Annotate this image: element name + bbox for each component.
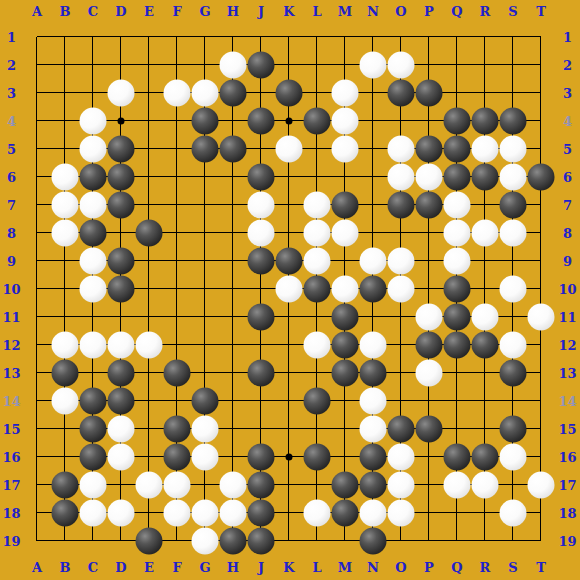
board-cell[interactable] bbox=[247, 247, 275, 275]
board-cell[interactable] bbox=[527, 79, 555, 107]
board-cell[interactable] bbox=[51, 247, 79, 275]
board-cell[interactable] bbox=[443, 135, 471, 163]
board-cell[interactable] bbox=[359, 359, 387, 387]
board-cell[interactable] bbox=[275, 275, 303, 303]
board-cell[interactable] bbox=[499, 499, 527, 527]
board-cell[interactable] bbox=[79, 499, 107, 527]
board-cell[interactable] bbox=[443, 331, 471, 359]
board-cell[interactable] bbox=[135, 79, 163, 107]
board-cell[interactable] bbox=[107, 51, 135, 79]
board-cell[interactable] bbox=[331, 219, 359, 247]
board-cell[interactable] bbox=[387, 247, 415, 275]
board-cell[interactable] bbox=[499, 51, 527, 79]
board-cell[interactable] bbox=[471, 51, 499, 79]
board-cell[interactable] bbox=[443, 275, 471, 303]
board-cell[interactable] bbox=[471, 23, 499, 51]
board-cell[interactable] bbox=[107, 191, 135, 219]
board-cell[interactable] bbox=[359, 387, 387, 415]
board-cell[interactable] bbox=[191, 275, 219, 303]
board-cell[interactable] bbox=[415, 499, 443, 527]
board-cell[interactable] bbox=[499, 443, 527, 471]
board-cell[interactable] bbox=[23, 163, 51, 191]
board-cell[interactable] bbox=[79, 443, 107, 471]
board-cell[interactable] bbox=[163, 275, 191, 303]
board-cell[interactable] bbox=[471, 331, 499, 359]
board-cell[interactable] bbox=[135, 191, 163, 219]
board-cell[interactable] bbox=[135, 387, 163, 415]
board-cell[interactable] bbox=[303, 275, 331, 303]
board-cell[interactable] bbox=[415, 247, 443, 275]
board-cell[interactable] bbox=[23, 331, 51, 359]
board-cell[interactable] bbox=[443, 499, 471, 527]
board-cell[interactable] bbox=[163, 527, 191, 555]
board-cell[interactable] bbox=[247, 275, 275, 303]
board-cell[interactable] bbox=[527, 191, 555, 219]
board-cell[interactable] bbox=[247, 219, 275, 247]
board-cell[interactable] bbox=[471, 303, 499, 331]
board-cell[interactable] bbox=[443, 359, 471, 387]
board-cell[interactable] bbox=[107, 387, 135, 415]
board-cell[interactable] bbox=[527, 51, 555, 79]
board-cell[interactable] bbox=[471, 247, 499, 275]
board-cell[interactable] bbox=[471, 219, 499, 247]
board-cell[interactable] bbox=[415, 219, 443, 247]
board-cell[interactable] bbox=[135, 331, 163, 359]
board-cell[interactable] bbox=[247, 471, 275, 499]
board-cell[interactable] bbox=[79, 527, 107, 555]
board-cell[interactable] bbox=[79, 275, 107, 303]
board-cell[interactable] bbox=[23, 359, 51, 387]
board-cell[interactable] bbox=[331, 135, 359, 163]
board-cell[interactable] bbox=[79, 331, 107, 359]
board-cell[interactable] bbox=[415, 303, 443, 331]
board-cell[interactable] bbox=[359, 471, 387, 499]
board-cell[interactable] bbox=[387, 135, 415, 163]
board-cell[interactable] bbox=[471, 359, 499, 387]
board-cell[interactable] bbox=[51, 135, 79, 163]
board-cell[interactable] bbox=[359, 107, 387, 135]
board-cell[interactable] bbox=[331, 163, 359, 191]
board-cell[interactable] bbox=[387, 471, 415, 499]
board-cell[interactable] bbox=[331, 107, 359, 135]
board-cell[interactable] bbox=[387, 331, 415, 359]
board-cell[interactable] bbox=[107, 219, 135, 247]
board-cell[interactable] bbox=[107, 443, 135, 471]
board-cell[interactable] bbox=[23, 387, 51, 415]
board-cell[interactable] bbox=[527, 387, 555, 415]
board-cell[interactable] bbox=[415, 107, 443, 135]
board-cell[interactable] bbox=[79, 23, 107, 51]
board-cell[interactable] bbox=[247, 387, 275, 415]
board-cell[interactable] bbox=[359, 415, 387, 443]
board-cell[interactable] bbox=[443, 471, 471, 499]
board-cell[interactable] bbox=[219, 23, 247, 51]
board-cell[interactable] bbox=[23, 107, 51, 135]
board-cell[interactable] bbox=[527, 331, 555, 359]
board-cell[interactable] bbox=[135, 471, 163, 499]
board-cell[interactable] bbox=[471, 471, 499, 499]
board-cell[interactable] bbox=[331, 247, 359, 275]
board-cell[interactable] bbox=[499, 303, 527, 331]
board-cell[interactable] bbox=[191, 387, 219, 415]
board-cell[interactable] bbox=[219, 471, 247, 499]
board-cell[interactable] bbox=[275, 23, 303, 51]
board-cell[interactable] bbox=[443, 443, 471, 471]
board-cell[interactable] bbox=[107, 79, 135, 107]
board-cell[interactable] bbox=[275, 471, 303, 499]
board-cell[interactable] bbox=[107, 359, 135, 387]
board-cell[interactable] bbox=[387, 415, 415, 443]
board-cell[interactable] bbox=[79, 247, 107, 275]
board-cell[interactable] bbox=[331, 191, 359, 219]
board-cell[interactable] bbox=[331, 359, 359, 387]
board-cell[interactable] bbox=[219, 359, 247, 387]
board-cell[interactable] bbox=[499, 387, 527, 415]
board-cell[interactable] bbox=[303, 247, 331, 275]
board-cell[interactable] bbox=[443, 303, 471, 331]
board-cell[interactable] bbox=[499, 135, 527, 163]
board-cell[interactable] bbox=[51, 387, 79, 415]
board-cell[interactable] bbox=[359, 191, 387, 219]
board-cell[interactable] bbox=[135, 443, 163, 471]
board-cell[interactable] bbox=[415, 79, 443, 107]
board-cell[interactable] bbox=[51, 471, 79, 499]
board-cell[interactable] bbox=[219, 135, 247, 163]
board-cell[interactable] bbox=[303, 387, 331, 415]
board-cell[interactable] bbox=[23, 415, 51, 443]
board-cell[interactable] bbox=[303, 51, 331, 79]
board-cell[interactable] bbox=[163, 219, 191, 247]
board-cell[interactable] bbox=[275, 135, 303, 163]
board-cell[interactable] bbox=[51, 107, 79, 135]
board-cell[interactable] bbox=[359, 499, 387, 527]
board-cell[interactable] bbox=[387, 51, 415, 79]
board-cell[interactable] bbox=[219, 331, 247, 359]
board-cell[interactable] bbox=[135, 275, 163, 303]
board-cell[interactable] bbox=[303, 163, 331, 191]
board-cell[interactable] bbox=[443, 107, 471, 135]
board-cell[interactable] bbox=[527, 247, 555, 275]
board-cell[interactable] bbox=[359, 443, 387, 471]
board-cell[interactable] bbox=[51, 499, 79, 527]
board-cell[interactable] bbox=[135, 23, 163, 51]
board-cell[interactable] bbox=[51, 191, 79, 219]
board-cell[interactable] bbox=[359, 79, 387, 107]
board-cell[interactable] bbox=[527, 527, 555, 555]
board-cell[interactable] bbox=[79, 107, 107, 135]
board-cell[interactable] bbox=[303, 359, 331, 387]
board-cell[interactable] bbox=[107, 163, 135, 191]
board-cell[interactable] bbox=[79, 191, 107, 219]
board-cell[interactable] bbox=[387, 359, 415, 387]
board-cell[interactable] bbox=[359, 23, 387, 51]
board-cell[interactable] bbox=[471, 275, 499, 303]
board-cell[interactable] bbox=[387, 527, 415, 555]
board-cell[interactable] bbox=[79, 415, 107, 443]
board-cell[interactable] bbox=[135, 527, 163, 555]
board-cell[interactable] bbox=[107, 23, 135, 51]
board-cell[interactable] bbox=[415, 527, 443, 555]
board-cell[interactable] bbox=[359, 135, 387, 163]
board-cell[interactable] bbox=[527, 107, 555, 135]
board-cell[interactable] bbox=[219, 415, 247, 443]
board-cell[interactable] bbox=[107, 471, 135, 499]
board-cell[interactable] bbox=[527, 135, 555, 163]
board-cell[interactable] bbox=[331, 331, 359, 359]
board-cell[interactable] bbox=[275, 527, 303, 555]
board-cell[interactable] bbox=[303, 471, 331, 499]
board-cell[interactable] bbox=[415, 415, 443, 443]
board-cell[interactable] bbox=[499, 219, 527, 247]
board-cell[interactable] bbox=[51, 527, 79, 555]
board-cell[interactable] bbox=[51, 23, 79, 51]
board-cell[interactable] bbox=[359, 331, 387, 359]
board-cell[interactable] bbox=[415, 359, 443, 387]
board-cell[interactable] bbox=[471, 527, 499, 555]
board-cell[interactable] bbox=[359, 527, 387, 555]
board-cell[interactable] bbox=[499, 79, 527, 107]
board-cell[interactable] bbox=[191, 247, 219, 275]
board-cell[interactable] bbox=[359, 219, 387, 247]
board-cell[interactable] bbox=[219, 387, 247, 415]
board-cell[interactable] bbox=[191, 527, 219, 555]
board-cell[interactable] bbox=[247, 23, 275, 51]
board-cell[interactable] bbox=[471, 387, 499, 415]
board-cell[interactable] bbox=[79, 219, 107, 247]
board-cell[interactable] bbox=[303, 527, 331, 555]
board-cell[interactable] bbox=[303, 443, 331, 471]
board-cell[interactable] bbox=[247, 163, 275, 191]
board-cell[interactable] bbox=[387, 275, 415, 303]
board-cell[interactable] bbox=[79, 359, 107, 387]
board-cell[interactable] bbox=[275, 331, 303, 359]
board-cell[interactable] bbox=[415, 387, 443, 415]
board-cell[interactable] bbox=[135, 247, 163, 275]
board-cell[interactable] bbox=[51, 219, 79, 247]
board-cell[interactable] bbox=[247, 359, 275, 387]
board-cell[interactable] bbox=[359, 303, 387, 331]
board-cell[interactable] bbox=[499, 107, 527, 135]
board-cell[interactable] bbox=[135, 219, 163, 247]
board-cell[interactable] bbox=[191, 23, 219, 51]
board-cell[interactable] bbox=[219, 443, 247, 471]
board-cell[interactable] bbox=[191, 331, 219, 359]
board-cell[interactable] bbox=[499, 359, 527, 387]
board-cell[interactable] bbox=[163, 79, 191, 107]
board-cell[interactable] bbox=[471, 499, 499, 527]
board-cell[interactable] bbox=[163, 471, 191, 499]
board-cell[interactable] bbox=[135, 499, 163, 527]
board-cell[interactable] bbox=[415, 23, 443, 51]
board-cell[interactable] bbox=[527, 471, 555, 499]
board-cell[interactable] bbox=[275, 303, 303, 331]
board-cell[interactable] bbox=[387, 387, 415, 415]
board-cell[interactable] bbox=[415, 191, 443, 219]
board-cell[interactable] bbox=[191, 499, 219, 527]
board-cell[interactable] bbox=[499, 23, 527, 51]
board-cell[interactable] bbox=[387, 79, 415, 107]
board-cell[interactable] bbox=[219, 79, 247, 107]
board-cell[interactable] bbox=[443, 51, 471, 79]
board-cell[interactable] bbox=[23, 303, 51, 331]
board-cell[interactable] bbox=[219, 107, 247, 135]
board-cell[interactable] bbox=[23, 443, 51, 471]
board-cell[interactable] bbox=[163, 415, 191, 443]
board-cell[interactable] bbox=[303, 23, 331, 51]
board-cell[interactable] bbox=[135, 135, 163, 163]
board-cell[interactable] bbox=[527, 443, 555, 471]
board-cell[interactable] bbox=[247, 107, 275, 135]
board-cell[interactable] bbox=[275, 415, 303, 443]
board-cell[interactable] bbox=[23, 471, 51, 499]
board-cell[interactable] bbox=[51, 443, 79, 471]
board-cell[interactable] bbox=[303, 107, 331, 135]
board-cell[interactable] bbox=[443, 191, 471, 219]
board-cell[interactable] bbox=[387, 191, 415, 219]
board-cell[interactable] bbox=[275, 387, 303, 415]
board-cell[interactable] bbox=[163, 303, 191, 331]
board-cell[interactable] bbox=[23, 23, 51, 51]
board-cell[interactable] bbox=[359, 247, 387, 275]
board-cell[interactable] bbox=[527, 23, 555, 51]
board-cell[interactable] bbox=[107, 107, 135, 135]
board-cell[interactable] bbox=[163, 387, 191, 415]
board-cell[interactable] bbox=[527, 303, 555, 331]
board-cell[interactable] bbox=[331, 387, 359, 415]
board-cell[interactable] bbox=[191, 443, 219, 471]
board-cell[interactable] bbox=[303, 303, 331, 331]
board-cell[interactable] bbox=[191, 359, 219, 387]
board-cell[interactable] bbox=[23, 275, 51, 303]
board-cell[interactable] bbox=[219, 51, 247, 79]
board-cell[interactable] bbox=[135, 415, 163, 443]
board-cell[interactable] bbox=[23, 79, 51, 107]
board-cell[interactable] bbox=[443, 387, 471, 415]
board-cell[interactable] bbox=[331, 51, 359, 79]
board-cell[interactable] bbox=[107, 415, 135, 443]
board-cell[interactable] bbox=[79, 471, 107, 499]
board-cell[interactable] bbox=[191, 303, 219, 331]
board-cell[interactable] bbox=[247, 191, 275, 219]
board-cell[interactable] bbox=[303, 135, 331, 163]
board-cell[interactable] bbox=[303, 415, 331, 443]
board-cell[interactable] bbox=[331, 23, 359, 51]
board-cell[interactable] bbox=[275, 107, 303, 135]
board-cell[interactable] bbox=[499, 275, 527, 303]
board-cell[interactable] bbox=[23, 135, 51, 163]
board-cell[interactable] bbox=[443, 415, 471, 443]
board-cell[interactable] bbox=[331, 303, 359, 331]
board-cell[interactable] bbox=[471, 415, 499, 443]
board-cell[interactable] bbox=[51, 275, 79, 303]
board-cell[interactable] bbox=[219, 499, 247, 527]
board-cell[interactable] bbox=[219, 303, 247, 331]
board-cell[interactable] bbox=[527, 415, 555, 443]
board-cell[interactable] bbox=[303, 499, 331, 527]
board-cell[interactable] bbox=[527, 499, 555, 527]
board-cell[interactable] bbox=[275, 191, 303, 219]
board-cell[interactable] bbox=[387, 443, 415, 471]
board-cell[interactable] bbox=[23, 51, 51, 79]
board-cell[interactable] bbox=[499, 415, 527, 443]
board-cell[interactable] bbox=[23, 247, 51, 275]
board-cell[interactable] bbox=[163, 191, 191, 219]
board-cell[interactable] bbox=[275, 51, 303, 79]
board-cell[interactable] bbox=[247, 331, 275, 359]
board-cell[interactable] bbox=[471, 79, 499, 107]
board-cell[interactable] bbox=[387, 303, 415, 331]
board-cell[interactable] bbox=[331, 275, 359, 303]
board-cell[interactable] bbox=[51, 331, 79, 359]
board-cell[interactable] bbox=[275, 499, 303, 527]
board-cell[interactable] bbox=[135, 51, 163, 79]
board-cell[interactable] bbox=[247, 51, 275, 79]
board-cell[interactable] bbox=[331, 499, 359, 527]
board-cell[interactable] bbox=[499, 163, 527, 191]
board-cell[interactable] bbox=[135, 163, 163, 191]
board-cell[interactable] bbox=[415, 51, 443, 79]
board-cell[interactable] bbox=[331, 443, 359, 471]
board-cell[interactable] bbox=[135, 359, 163, 387]
board-cell[interactable] bbox=[191, 191, 219, 219]
board-cell[interactable] bbox=[415, 471, 443, 499]
board-cell[interactable] bbox=[163, 331, 191, 359]
board-cell[interactable] bbox=[303, 79, 331, 107]
board-cell[interactable] bbox=[135, 107, 163, 135]
board-cell[interactable] bbox=[275, 219, 303, 247]
board-cell[interactable] bbox=[415, 163, 443, 191]
board-cell[interactable] bbox=[443, 219, 471, 247]
board-cell[interactable] bbox=[51, 79, 79, 107]
board-cell[interactable] bbox=[471, 443, 499, 471]
board-cell[interactable] bbox=[331, 471, 359, 499]
board-cell[interactable] bbox=[527, 219, 555, 247]
board-cell[interactable] bbox=[163, 359, 191, 387]
board-cell[interactable] bbox=[415, 275, 443, 303]
board-cell[interactable] bbox=[387, 163, 415, 191]
board-cell[interactable] bbox=[191, 415, 219, 443]
board-cell[interactable] bbox=[303, 219, 331, 247]
board-cell[interactable] bbox=[331, 79, 359, 107]
board-cell[interactable] bbox=[275, 247, 303, 275]
board-cell[interactable] bbox=[443, 23, 471, 51]
board-cell[interactable] bbox=[107, 275, 135, 303]
board-cell[interactable] bbox=[191, 107, 219, 135]
board-cell[interactable] bbox=[247, 79, 275, 107]
board-cell[interactable] bbox=[79, 79, 107, 107]
board-cell[interactable] bbox=[443, 163, 471, 191]
board-cell[interactable] bbox=[499, 191, 527, 219]
board-cell[interactable] bbox=[275, 163, 303, 191]
board-cell[interactable] bbox=[415, 135, 443, 163]
board-cell[interactable] bbox=[415, 443, 443, 471]
board-cell[interactable] bbox=[107, 331, 135, 359]
board-cell[interactable] bbox=[191, 51, 219, 79]
board-cell[interactable] bbox=[163, 499, 191, 527]
board-cell[interactable] bbox=[247, 415, 275, 443]
board-cell[interactable] bbox=[163, 135, 191, 163]
board-cell[interactable] bbox=[443, 527, 471, 555]
board-cell[interactable] bbox=[359, 51, 387, 79]
board-cell[interactable] bbox=[51, 415, 79, 443]
board-cell[interactable] bbox=[23, 499, 51, 527]
board-cell[interactable] bbox=[107, 527, 135, 555]
board-cell[interactable] bbox=[359, 275, 387, 303]
board-cell[interactable] bbox=[471, 135, 499, 163]
board-cell[interactable] bbox=[79, 51, 107, 79]
board-cell[interactable] bbox=[247, 303, 275, 331]
board-cell[interactable] bbox=[303, 191, 331, 219]
